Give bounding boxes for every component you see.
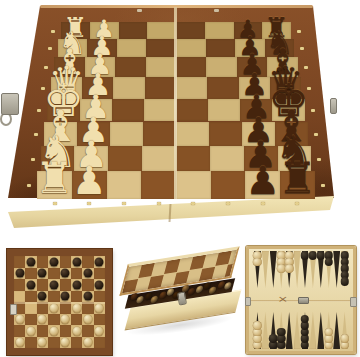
backgammon-point <box>254 251 261 288</box>
checker-stone-dark <box>15 269 24 278</box>
chess-square <box>110 122 143 146</box>
checkers-square <box>14 325 25 337</box>
checkers-clasp-icon <box>10 304 17 315</box>
light-point-triangle <box>294 251 301 288</box>
chess-square: ♟ <box>74 146 108 172</box>
chess-square: ♞ <box>278 146 312 172</box>
checkers-square <box>37 302 48 314</box>
checker-stone-light <box>83 338 92 347</box>
chess-piece-white-R: ♜ <box>63 14 87 41</box>
chess-square <box>108 146 142 172</box>
light-point-triangle <box>262 312 269 349</box>
chess-square: ♚ <box>47 99 79 122</box>
chess-square <box>206 57 236 77</box>
chess-square <box>113 77 144 98</box>
back-hinge-icon <box>137 9 142 12</box>
checkers-square <box>82 279 93 291</box>
chess-square <box>147 22 176 39</box>
chess-square: ♟ <box>244 146 278 172</box>
back-hinge-icon <box>214 9 219 12</box>
left-coordinate-inlay <box>48 47 52 50</box>
checkers-square <box>37 279 48 291</box>
checkers-square <box>94 314 105 326</box>
backgammon-stone-light <box>340 334 349 343</box>
checkers-square <box>94 325 105 337</box>
dark-point-triangle <box>270 251 277 288</box>
dark-point-triangle <box>317 312 324 349</box>
checker-stone-light <box>83 315 92 324</box>
left-clasp-icon <box>1 93 19 115</box>
backgammon-stone-light <box>253 258 262 267</box>
bottom-coordinate-inlay <box>226 202 230 205</box>
chess-square <box>112 99 144 122</box>
chess-square <box>208 99 240 122</box>
checker-stone-dark <box>27 280 36 289</box>
backgammon-right-clasp-icon <box>350 297 357 307</box>
checker-stone-light <box>38 338 47 347</box>
checker-stone-dark <box>95 257 104 266</box>
checker-stone-light <box>72 326 81 335</box>
chess-square <box>176 39 206 57</box>
checker-stone-dark <box>83 292 92 301</box>
right-coordinate-inlay <box>311 109 315 112</box>
backgammon-point <box>341 251 348 288</box>
checkers-square <box>48 256 59 268</box>
chess-piece-black-R: ♜ <box>265 14 289 41</box>
checkers-square <box>37 268 48 280</box>
chess-square <box>210 146 244 172</box>
checker-stone-light <box>95 303 104 312</box>
checkers-square <box>82 256 93 268</box>
checkers-square <box>94 291 105 303</box>
chess-square <box>206 39 236 57</box>
chess-square: ♞ <box>58 39 88 57</box>
chess-square: ♜ <box>280 171 315 198</box>
checkers-square <box>60 268 71 280</box>
chess-square <box>146 39 176 57</box>
checker-stone-light <box>49 303 58 312</box>
light-point-triangle <box>309 312 316 349</box>
backgammon-point <box>262 251 269 288</box>
stored-chess-piece <box>224 282 233 290</box>
checker-stone-light <box>15 338 24 347</box>
chess-board: ♜♟♟♜♞♟♟♞♝♟♟♝♛♟♟♛♚♟♟♚♝♟♟♝♞♟♟♞♜♟♟♜ <box>0 0 360 238</box>
chess-square: ♟ <box>80 99 112 122</box>
checkers-square <box>82 302 93 314</box>
chess-square <box>176 146 210 172</box>
stored-chess-piece <box>150 295 159 303</box>
checkers-square <box>94 337 105 349</box>
bottom-coordinate-inlay <box>87 202 91 205</box>
checkers-square <box>48 291 59 303</box>
checkers-square <box>71 256 82 268</box>
checker-stone-dark <box>72 257 81 266</box>
checkers-square <box>60 325 71 337</box>
chess-square: ♜ <box>61 22 90 39</box>
bottom-coordinate-inlay <box>53 202 57 205</box>
backgammon-point <box>270 312 277 349</box>
checkers-square <box>48 302 59 314</box>
folded-box-thumbnail <box>118 240 244 357</box>
bottom-coordinate-inlay <box>295 202 299 205</box>
left-coordinate-inlay <box>41 87 45 90</box>
backgammon-point <box>309 312 316 349</box>
chess-square <box>176 99 208 122</box>
checkers-square <box>25 268 36 280</box>
checker-stone-dark <box>61 269 70 278</box>
backgammon-point <box>302 251 309 288</box>
checkers-square <box>60 314 71 326</box>
checkers-square <box>71 291 82 303</box>
chess-square <box>176 57 206 77</box>
backgammon-point <box>278 251 285 288</box>
chess-square: ♟ <box>72 171 107 198</box>
checkers-square <box>25 314 36 326</box>
checker-stone-dark <box>72 280 81 289</box>
backgammon-point <box>278 312 285 349</box>
checkers-square <box>14 268 25 280</box>
backgammon-point <box>341 312 348 349</box>
checkers-square <box>71 314 82 326</box>
backgammon-stone-dark <box>340 277 349 286</box>
backgammon-stone-dark <box>277 328 286 337</box>
chess-piece-white-P: ♟ <box>93 17 115 41</box>
checkers-square <box>14 279 25 291</box>
left-coordinate-inlay <box>31 158 35 161</box>
checker-stone-light <box>61 315 70 324</box>
checkers-square <box>48 337 59 349</box>
stored-chess-piece <box>195 285 204 293</box>
checkers-square <box>71 279 82 291</box>
checker-stone-dark <box>83 269 92 278</box>
checkers-square <box>71 325 82 337</box>
checkers-square <box>37 314 48 326</box>
checkers-square <box>94 302 105 314</box>
chess-square: ♝ <box>275 122 308 146</box>
chess-piece-black-P: ♟ <box>237 17 259 41</box>
chess-square <box>143 122 176 146</box>
checkers-square <box>25 337 36 349</box>
checker-stone-light <box>72 303 81 312</box>
chess-square: ♚ <box>272 99 304 122</box>
backgammon-point <box>309 251 316 288</box>
chess-square: ♝ <box>54 57 84 77</box>
bottom-coordinate-inlay <box>261 202 265 205</box>
checker-stone-dark <box>38 292 47 301</box>
chess-square: ♛ <box>270 77 301 98</box>
checkers-square <box>82 291 93 303</box>
checkers-square <box>94 279 105 291</box>
left-coordinate-inlay <box>51 30 55 33</box>
dark-point-triangle <box>286 312 293 349</box>
checkers-fold-seam <box>14 302 105 304</box>
bottom-coordinate-inlay <box>157 202 161 205</box>
chess-square: ♟ <box>234 22 263 39</box>
chess-square: ♝ <box>267 57 297 77</box>
stored-chess-piece <box>158 291 167 299</box>
chess-square <box>117 39 147 57</box>
backgammon-point <box>286 251 293 288</box>
backgammon-point <box>286 312 293 349</box>
backgammon-point <box>254 312 261 349</box>
right-coordinate-inlay <box>307 87 311 90</box>
bottom-coordinate-inlay <box>122 202 126 205</box>
left-coordinate-inlay <box>27 184 31 187</box>
backgammon-bottom-points <box>254 312 348 349</box>
backgammon-hinge-icon <box>298 297 309 304</box>
backgammon-left-clasp-icon <box>245 297 251 306</box>
checkers-square <box>60 291 71 303</box>
chess-square: ♟ <box>245 171 280 198</box>
chess-square: ♝ <box>44 122 77 146</box>
checker-stone-dark <box>49 257 58 266</box>
checkers-square <box>14 256 25 268</box>
chess-square: ♟ <box>77 122 110 146</box>
chess-square <box>176 171 211 198</box>
chess-square: ♜ <box>37 171 72 198</box>
checkers-square <box>48 325 59 337</box>
right-coordinate-inlay <box>317 158 321 161</box>
checker-stone-light <box>49 326 58 335</box>
chess-square: ♟ <box>237 57 267 77</box>
checkers-square <box>25 302 36 314</box>
chess-square: ♟ <box>240 99 272 122</box>
checkers-square <box>48 268 59 280</box>
dark-point-triangle <box>333 312 340 349</box>
checkers-square <box>48 314 59 326</box>
chess-square <box>211 171 246 198</box>
checkers-board <box>7 249 112 355</box>
chess-square <box>176 22 205 39</box>
checker-stone-dark <box>27 257 36 266</box>
stored-chess-piece <box>136 296 145 304</box>
checkers-square <box>60 302 71 314</box>
checkers-square <box>82 268 93 280</box>
backgammon-point <box>317 251 324 288</box>
decorative-emblem: × <box>278 294 289 304</box>
checkers-square <box>71 302 82 314</box>
right-coordinate-inlay <box>297 30 301 33</box>
backgammon-stone-light <box>253 321 262 330</box>
chess-square: ♛ <box>51 77 82 98</box>
chess-square: ♞ <box>265 39 295 57</box>
checkers-square <box>25 291 36 303</box>
board-fold-seam <box>174 7 177 199</box>
dark-point-triangle <box>333 251 340 288</box>
chess-square: ♟ <box>242 122 275 146</box>
right-coordinate-inlay <box>300 47 304 50</box>
backgammon-thumbnail: × <box>244 243 358 357</box>
checker-stone-dark <box>38 269 47 278</box>
chess-square <box>107 171 142 198</box>
chess-square <box>207 77 238 98</box>
checkers-square <box>37 325 48 337</box>
checker-stone-dark <box>49 280 58 289</box>
checker-stone-dark <box>95 280 104 289</box>
backgammon-point <box>270 251 277 288</box>
chess-square: ♟ <box>87 39 117 57</box>
right-coordinate-inlay <box>304 66 308 69</box>
checkers-square <box>25 279 36 291</box>
backgammon-stone-light <box>285 264 294 273</box>
main-chess-photo: ♜♟♟♜♞♟♟♞♝♟♟♝♛♟♟♛♚♟♟♚♝♟♟♝♞♟♟♞♜♟♟♜ <box>0 0 360 238</box>
backgammon-point <box>333 312 340 349</box>
light-point-triangle <box>294 312 301 349</box>
bottom-coordinate-inlay <box>191 202 195 205</box>
chess-square <box>176 77 207 98</box>
backgammon-board: × <box>246 246 356 354</box>
chess-square: ♟ <box>239 77 270 98</box>
backgammon-point <box>262 312 269 349</box>
checkers-square <box>60 337 71 349</box>
checkers-square <box>71 268 82 280</box>
light-point-triangle <box>262 251 269 288</box>
chess-square <box>142 146 176 172</box>
backgammon-point <box>325 251 332 288</box>
checker-stone-light <box>15 315 24 324</box>
checkers-square <box>37 337 48 349</box>
checker-stone-dark <box>61 292 70 301</box>
right-coordinate-inlay <box>314 133 318 136</box>
stored-chess-piece <box>208 286 217 294</box>
checkers-square <box>25 256 36 268</box>
checkers-square <box>14 314 25 326</box>
chess-square: ♜ <box>262 22 291 39</box>
backgammon-point <box>333 251 340 288</box>
chess-square: ♟ <box>82 77 113 98</box>
backgammon-top-points <box>254 251 348 288</box>
checker-stone-light <box>61 338 70 347</box>
backgammon-point <box>294 312 301 349</box>
checkers-square <box>82 314 93 326</box>
backgammon-point <box>294 251 301 288</box>
backgammon-point <box>317 312 324 349</box>
left-coordinate-inlay <box>37 109 41 112</box>
chess-square <box>209 122 242 146</box>
checkers-square <box>60 279 71 291</box>
checkers-square <box>25 325 36 337</box>
checkers-square <box>60 256 71 268</box>
chess-square: ♟ <box>85 57 115 77</box>
checkers-square <box>48 279 59 291</box>
backgammon-point <box>325 312 332 349</box>
backgammon-stone-dark <box>301 315 310 324</box>
chess-square <box>141 171 176 198</box>
checkers-square <box>94 268 105 280</box>
chess-square <box>144 99 176 122</box>
chess-square <box>176 122 209 146</box>
chess-square: ♟ <box>90 22 119 39</box>
checkers-square <box>14 291 25 303</box>
chess-square <box>205 22 234 39</box>
chess-square: ♞ <box>41 146 75 172</box>
chess-square <box>115 57 145 77</box>
chess-square <box>119 22 148 39</box>
backgammon-stone-light <box>325 328 334 337</box>
checkers-square <box>37 291 48 303</box>
backgammon-point <box>302 312 309 349</box>
right-coordinate-inlay <box>321 184 325 187</box>
checkers-square <box>94 256 105 268</box>
left-coordinate-inlay <box>34 133 38 136</box>
checkers-thumbnail <box>5 246 117 357</box>
product-photo-canvas: ♜♟♟♜♞♟♟♞♝♟♟♝♛♟♟♛♚♟♟♚♝♟♟♝♞♟♟♞♜♟♟♜ × <box>0 0 360 357</box>
left-coordinate-inlay <box>44 66 48 69</box>
checkers-square <box>37 256 48 268</box>
checkers-square <box>82 337 93 349</box>
checker-stone-light <box>95 326 104 335</box>
checkers-square <box>14 337 25 349</box>
checkers-square <box>71 337 82 349</box>
checker-stone-light <box>27 326 36 335</box>
chess-square <box>145 77 176 98</box>
right-hinge-pin-icon <box>330 98 337 114</box>
checker-stone-light <box>38 315 47 324</box>
backgammon-stone-dark <box>325 258 334 267</box>
chess-square <box>146 57 176 77</box>
chess-square: ♟ <box>235 39 265 57</box>
checkers-square <box>82 325 93 337</box>
